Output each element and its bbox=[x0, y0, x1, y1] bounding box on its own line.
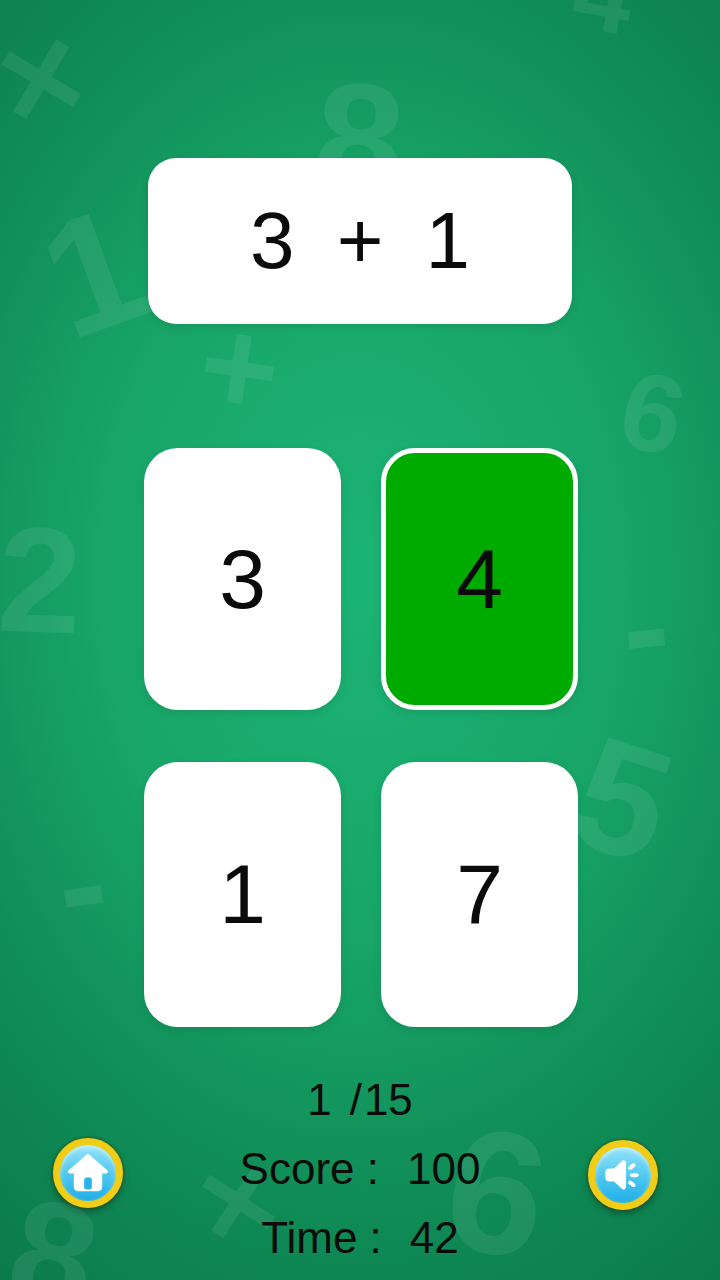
bg-glyph: - bbox=[615, 555, 676, 699]
answer-card-top-right[interactable]: 4 bbox=[381, 448, 578, 710]
bg-glyph: 2 bbox=[0, 504, 84, 657]
answer-card-bottom-left[interactable]: 1 bbox=[144, 762, 341, 1027]
bg-glyph: 4 bbox=[566, 0, 642, 51]
progress-current: 1 bbox=[307, 1075, 331, 1124]
progress-total: 15 bbox=[364, 1075, 413, 1124]
score-label: Score : bbox=[240, 1144, 379, 1193]
time-display: Time :42 bbox=[0, 1216, 720, 1260]
answer-value: 1 bbox=[219, 846, 266, 943]
bg-glyph: × bbox=[187, 1129, 288, 1272]
progress-indicator: 1/15 bbox=[0, 1078, 720, 1122]
answer-card-bottom-right[interactable]: 7 bbox=[381, 762, 578, 1027]
sound-button[interactable] bbox=[588, 1140, 658, 1210]
home-icon bbox=[65, 1150, 111, 1196]
answer-value: 3 bbox=[219, 531, 266, 628]
game-screen: 4×816+2-5-6×8 3 + 1 3 4 1 7 1/15 Score :… bbox=[0, 0, 720, 1280]
answer-value: 4 bbox=[456, 531, 503, 628]
bg-glyph: 6 bbox=[434, 1098, 560, 1280]
speaker-icon bbox=[600, 1152, 646, 1198]
bg-glyph: 1 bbox=[23, 179, 166, 365]
answer-card-top-left[interactable]: 3 bbox=[144, 448, 341, 710]
bg-glyph: - bbox=[48, 809, 116, 959]
time-value: 42 bbox=[410, 1213, 459, 1262]
question-text: 3 + 1 bbox=[250, 195, 480, 287]
bg-glyph: 6 bbox=[610, 352, 696, 474]
home-button[interactable] bbox=[53, 1138, 123, 1208]
answer-value: 7 bbox=[456, 846, 503, 943]
answers-grid: 3 4 1 7 bbox=[144, 448, 578, 1027]
progress-separator: / bbox=[350, 1075, 362, 1124]
question-card: 3 + 1 bbox=[148, 158, 572, 324]
score-value: 100 bbox=[407, 1144, 480, 1193]
time-label: Time : bbox=[261, 1213, 382, 1262]
bg-glyph: × bbox=[0, 0, 97, 156]
